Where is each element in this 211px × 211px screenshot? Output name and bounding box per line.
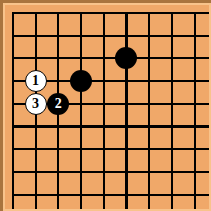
move-number: 1 [32,74,39,88]
board-edge-left-bevel [0,0,3,211]
board-edge-top-highlight [3,3,211,5]
board-edge-left-highlight [3,3,5,211]
stone-black-F17 [115,47,137,69]
board-edge-top-bevel [0,0,211,3]
board-edge-right-highlight [209,0,211,211]
move-number: 3 [32,97,39,111]
stone-black-D16 [70,70,92,92]
board-edge-bottom-highlight [0,209,211,211]
go-board-stones-grid: 123 [2,2,206,206]
stone-white-move-1: 1 [25,70,47,92]
stone-white-move-3: 3 [25,93,47,115]
stone-black-move-2: 2 [47,93,69,115]
move-number: 2 [55,97,62,111]
go-board-diagram: 123 [0,0,211,211]
